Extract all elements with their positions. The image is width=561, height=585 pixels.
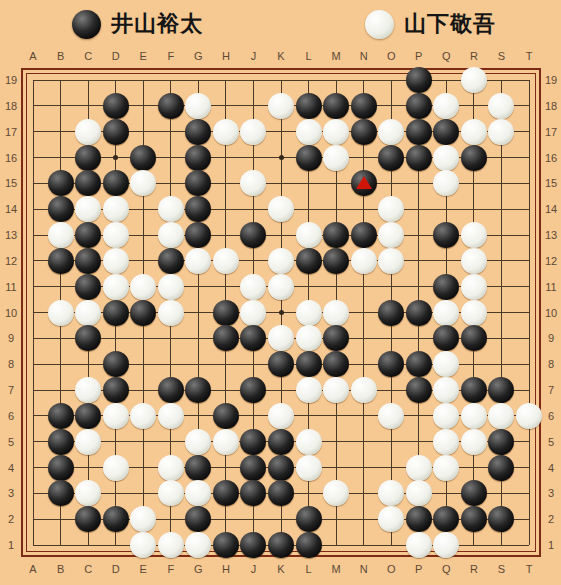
- star-point: [279, 310, 284, 315]
- stone-white: [185, 248, 211, 274]
- coord-label-left: 10: [2, 308, 20, 319]
- stone-black: [103, 506, 129, 532]
- stone-white: [433, 403, 459, 429]
- stone-white: [461, 403, 487, 429]
- stone-white: [130, 403, 156, 429]
- stone-black: [213, 532, 239, 558]
- coord-label-right: 9: [542, 333, 560, 344]
- stone-black: [158, 377, 184, 403]
- player-black-entry: 井山裕太: [72, 8, 203, 40]
- stone-black: [48, 455, 74, 481]
- coord-label-right: 2: [542, 514, 560, 525]
- coord-label-right: 12: [542, 256, 560, 267]
- stone-white: [433, 300, 459, 326]
- coord-label-top: C: [79, 51, 97, 62]
- coord-label-left: 3: [2, 488, 20, 499]
- stone-white: [516, 403, 542, 429]
- stone-white: [296, 300, 322, 326]
- coord-label-left: 19: [2, 75, 20, 86]
- stone-white: [296, 377, 322, 403]
- stone-black: [351, 222, 377, 248]
- stone-white: [378, 248, 404, 274]
- stone-black: [461, 145, 487, 171]
- stone-white: [75, 119, 101, 145]
- coord-label-right: 11: [542, 282, 560, 293]
- coord-label-bottom: Q: [437, 564, 455, 575]
- coord-label-top: K: [272, 51, 290, 62]
- coord-label-left: 6: [2, 411, 20, 422]
- coord-label-top: D: [107, 51, 125, 62]
- stone-black: [406, 351, 432, 377]
- stone-white: [323, 377, 349, 403]
- coord-label-left: 8: [2, 359, 20, 370]
- stone-black: [323, 248, 349, 274]
- coord-label-top: S: [492, 51, 510, 62]
- black-player-name: 井山裕太: [111, 9, 203, 39]
- stone-white: [461, 67, 487, 93]
- coord-label-bottom: S: [492, 564, 510, 575]
- stone-black: [351, 119, 377, 145]
- coord-label-bottom: F: [162, 564, 180, 575]
- stone-white: [103, 274, 129, 300]
- stone-white: [48, 222, 74, 248]
- coord-label-left: 5: [2, 437, 20, 448]
- coord-label-right: 3: [542, 488, 560, 499]
- stone-white: [351, 377, 377, 403]
- stone-white: [296, 119, 322, 145]
- stone-white: [378, 119, 404, 145]
- stone-black: [296, 532, 322, 558]
- coord-label-bottom: R: [465, 564, 483, 575]
- coord-label-top: J: [244, 51, 262, 62]
- coord-label-left: 9: [2, 333, 20, 344]
- stone-black: [48, 429, 74, 455]
- stone-white: [103, 455, 129, 481]
- black-stone-icon: [72, 10, 101, 39]
- coord-label-right: 18: [542, 101, 560, 112]
- stone-white: [158, 196, 184, 222]
- stone-black: [406, 145, 432, 171]
- coord-label-right: 4: [542, 463, 560, 474]
- go-app: 井山裕太 山下敬吾 AABBCCDDEEFFGGHHJJKKLLMMNNOOPP…: [0, 0, 561, 585]
- stone-white: [406, 480, 432, 506]
- coord-label-top: E: [134, 51, 152, 62]
- coord-label-right: 19: [542, 75, 560, 86]
- coord-label-right: 8: [542, 359, 560, 370]
- coord-label-right: 15: [542, 178, 560, 189]
- stone-black: [296, 506, 322, 532]
- stone-black: [103, 119, 129, 145]
- stone-black: [323, 222, 349, 248]
- stone-white: [461, 429, 487, 455]
- star-point: [279, 155, 284, 160]
- stone-white: [268, 196, 294, 222]
- coord-label-left: 12: [2, 256, 20, 267]
- stone-white: [103, 222, 129, 248]
- stone-white: [296, 429, 322, 455]
- stone-white: [75, 377, 101, 403]
- coord-label-right: 16: [542, 153, 560, 164]
- coord-label-top: B: [52, 51, 70, 62]
- coord-label-bottom: M: [327, 564, 345, 575]
- white-stone-icon: [365, 10, 394, 39]
- grid-line: [529, 80, 530, 545]
- stone-white: [488, 119, 514, 145]
- stone-white: [213, 248, 239, 274]
- stone-black: [406, 377, 432, 403]
- stone-black: [103, 377, 129, 403]
- coord-label-top: N: [355, 51, 373, 62]
- stone-black: [185, 145, 211, 171]
- stone-white: [240, 300, 266, 326]
- coord-label-bottom: G: [189, 564, 207, 575]
- coord-label-bottom: J: [244, 564, 262, 575]
- coord-label-left: 17: [2, 127, 20, 138]
- coord-label-left: 7: [2, 385, 20, 396]
- stone-white: [323, 145, 349, 171]
- stone-white: [296, 455, 322, 481]
- stone-white: [185, 93, 211, 119]
- player-white-entry: 山下敬吾: [365, 8, 496, 40]
- stone-black: [268, 351, 294, 377]
- coord-label-bottom: T: [520, 564, 538, 575]
- stone-black: [351, 93, 377, 119]
- stone-white: [213, 119, 239, 145]
- coord-label-right: 17: [542, 127, 560, 138]
- coord-label-right: 6: [542, 411, 560, 422]
- stone-white: [185, 429, 211, 455]
- stone-white: [296, 222, 322, 248]
- stone-white: [323, 300, 349, 326]
- stone-black: [48, 480, 74, 506]
- stone-white: [268, 93, 294, 119]
- grid-line: [33, 80, 34, 545]
- stone-black: [268, 532, 294, 558]
- coord-label-bottom: E: [134, 564, 152, 575]
- stone-black: [185, 455, 211, 481]
- last-move-triangle-marker: [356, 176, 372, 189]
- stone-white: [75, 300, 101, 326]
- stone-white: [158, 300, 184, 326]
- stone-white: [240, 119, 266, 145]
- stone-white: [103, 196, 129, 222]
- stone-black: [103, 93, 129, 119]
- stone-black: [48, 170, 74, 196]
- stone-black: [461, 377, 487, 403]
- stone-white: [268, 248, 294, 274]
- coord-label-bottom: D: [107, 564, 125, 575]
- stone-white: [433, 93, 459, 119]
- coord-label-left: 1: [2, 540, 20, 551]
- stone-black: [488, 455, 514, 481]
- coord-label-top: R: [465, 51, 483, 62]
- stone-black: [213, 300, 239, 326]
- stone-black: [406, 300, 432, 326]
- coord-label-left: 15: [2, 178, 20, 189]
- stone-white: [461, 300, 487, 326]
- coord-label-left: 14: [2, 204, 20, 215]
- stone-black: [103, 170, 129, 196]
- stone-black: [103, 300, 129, 326]
- coord-label-bottom: N: [355, 564, 373, 575]
- stone-white: [158, 403, 184, 429]
- stone-white: [103, 248, 129, 274]
- stone-white: [240, 274, 266, 300]
- coord-label-bottom: B: [52, 564, 70, 575]
- stone-white: [406, 532, 432, 558]
- stone-black: [378, 145, 404, 171]
- stone-white: [378, 403, 404, 429]
- stone-black: [433, 119, 459, 145]
- header: 井山裕太 山下敬吾: [0, 0, 561, 46]
- stone-black: [158, 248, 184, 274]
- white-player-name: 山下敬吾: [404, 9, 496, 39]
- stone-white: [433, 455, 459, 481]
- stone-black: [130, 300, 156, 326]
- coord-label-right: 14: [542, 204, 560, 215]
- stone-white: [158, 274, 184, 300]
- stone-white: [48, 300, 74, 326]
- stone-black: [296, 145, 322, 171]
- stone-white: [158, 480, 184, 506]
- stone-black: [185, 119, 211, 145]
- coord-label-bottom: O: [382, 564, 400, 575]
- stone-black: [406, 119, 432, 145]
- coord-label-bottom: H: [217, 564, 235, 575]
- coord-label-right: 10: [542, 308, 560, 319]
- coord-label-top: A: [24, 51, 42, 62]
- stone-white: [461, 248, 487, 274]
- coord-label-right: 7: [542, 385, 560, 396]
- stone-black: [268, 455, 294, 481]
- coord-label-left: 2: [2, 514, 20, 525]
- stone-black: [158, 93, 184, 119]
- stone-white: [268, 274, 294, 300]
- coord-label-top: L: [300, 51, 318, 62]
- stone-white: [406, 455, 432, 481]
- stone-black: [461, 506, 487, 532]
- grid-line: [363, 80, 364, 545]
- stone-black: [75, 145, 101, 171]
- stone-white: [158, 222, 184, 248]
- coord-label-bottom: C: [79, 564, 97, 575]
- stone-black-last-move: [351, 170, 377, 196]
- stone-white: [461, 222, 487, 248]
- stone-white: [103, 403, 129, 429]
- stone-black: [296, 351, 322, 377]
- stone-white: [158, 532, 184, 558]
- stone-white: [296, 325, 322, 351]
- stone-white: [461, 274, 487, 300]
- stone-black: [213, 403, 239, 429]
- stone-black: [75, 403, 101, 429]
- coord-label-bottom: P: [410, 564, 428, 575]
- coord-label-top: F: [162, 51, 180, 62]
- stone-black: [48, 403, 74, 429]
- stone-black: [378, 300, 404, 326]
- coord-label-bottom: K: [272, 564, 290, 575]
- coord-label-bottom: A: [24, 564, 42, 575]
- coord-label-top: P: [410, 51, 428, 62]
- coord-label-left: 16: [2, 153, 20, 164]
- stone-white: [433, 145, 459, 171]
- stone-white: [323, 119, 349, 145]
- stone-black: [103, 351, 129, 377]
- stone-black: [48, 248, 74, 274]
- coord-label-left: 11: [2, 282, 20, 293]
- stone-white: [461, 119, 487, 145]
- coord-label-right: 1: [542, 540, 560, 551]
- coord-label-top: O: [382, 51, 400, 62]
- stone-black: [406, 506, 432, 532]
- stone-black: [75, 222, 101, 248]
- coord-label-left: 4: [2, 463, 20, 474]
- stone-black: [240, 455, 266, 481]
- stone-white: [130, 274, 156, 300]
- stone-black: [48, 196, 74, 222]
- coord-label-top: Q: [437, 51, 455, 62]
- coord-label-left: 18: [2, 101, 20, 112]
- coord-label-top: G: [189, 51, 207, 62]
- stone-black: [268, 429, 294, 455]
- coord-label-bottom: L: [300, 564, 318, 575]
- coord-label-top: H: [217, 51, 235, 62]
- coord-label-right: 5: [542, 437, 560, 448]
- stone-black: [296, 93, 322, 119]
- coord-label-left: 13: [2, 230, 20, 241]
- stone-black: [296, 248, 322, 274]
- stone-white: [433, 429, 459, 455]
- stone-black: [75, 274, 101, 300]
- coord-label-right: 13: [542, 230, 560, 241]
- stone-black: [240, 429, 266, 455]
- coord-label-top: T: [520, 51, 538, 62]
- stone-white: [75, 429, 101, 455]
- stone-white: [158, 455, 184, 481]
- stone-black: [130, 145, 156, 171]
- stone-black: [488, 429, 514, 455]
- stone-white: [268, 403, 294, 429]
- stone-white: [213, 429, 239, 455]
- stone-black: [433, 274, 459, 300]
- coord-label-top: M: [327, 51, 345, 62]
- stone-black: [323, 93, 349, 119]
- stone-black: [406, 93, 432, 119]
- stone-black: [75, 248, 101, 274]
- stone-white: [351, 248, 377, 274]
- stone-black: [406, 67, 432, 93]
